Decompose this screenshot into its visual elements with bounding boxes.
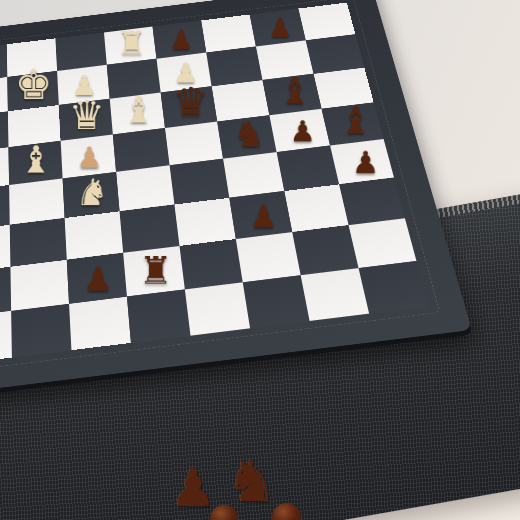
- light-king-b7[interactable]: ♚: [14, 64, 52, 106]
- dark-rook-d2[interactable]: ♜: [138, 251, 172, 289]
- square-a1[interactable]: [0, 311, 12, 365]
- square-b3[interactable]: [10, 218, 67, 267]
- light-queen-c6[interactable]: ♛: [68, 95, 104, 135]
- light-bishop-b5[interactable]: ♝: [19, 142, 52, 179]
- square-b4[interactable]: [9, 178, 65, 224]
- dark-pawn-g5[interactable]: ♟: [289, 117, 315, 146]
- square-d3[interactable]: [120, 205, 180, 253]
- square-f1[interactable]: [243, 275, 310, 328]
- square-d2[interactable]: ♜: [123, 246, 185, 297]
- dark-pawn-f3[interactable]: ♟: [249, 201, 277, 233]
- square-b2[interactable]: [10, 260, 69, 311]
- square-g4[interactable]: [277, 146, 339, 191]
- square-h1[interactable]: [359, 261, 429, 314]
- square-h4[interactable]: ♟: [330, 139, 394, 184]
- square-f4[interactable]: [223, 152, 284, 198]
- square-h3[interactable]: [339, 178, 405, 226]
- square-g3[interactable]: [284, 184, 348, 232]
- square-d4[interactable]: [116, 165, 174, 211]
- square-c3[interactable]: [65, 211, 124, 259]
- dark-queen-e6[interactable]: ♛: [172, 82, 208, 122]
- dark-pawn-g8[interactable]: ♟: [268, 14, 292, 41]
- square-h2[interactable]: [349, 218, 417, 268]
- square-e1[interactable]: [185, 282, 250, 335]
- dark-pawn-e8[interactable]: ♟: [169, 26, 193, 53]
- square-c1[interactable]: [69, 297, 131, 351]
- light-rook-d8[interactable]: ♜: [116, 27, 145, 60]
- light-knight-c4[interactable]: ♞: [75, 174, 108, 211]
- square-c4[interactable]: ♞: [63, 172, 120, 218]
- square-e4[interactable]: [170, 159, 230, 205]
- dark-pawn-c2[interactable]: ♟: [83, 263, 113, 296]
- square-f2[interactable]: [236, 232, 301, 282]
- square-e3[interactable]: [174, 198, 235, 246]
- dark-bishop-g6[interactable]: ♝: [277, 72, 311, 110]
- square-f3[interactable]: ♟: [229, 191, 292, 239]
- table-knight[interactable]: ♞: [226, 452, 278, 510]
- tan-pawn-c5[interactable]: ♟: [76, 143, 102, 172]
- square-d1[interactable]: [127, 290, 191, 343]
- square-g1[interactable]: [301, 268, 369, 321]
- square-c2[interactable]: ♟: [67, 253, 127, 304]
- light-bishop-d6[interactable]: ♝: [122, 92, 154, 128]
- square-e2[interactable]: [179, 239, 242, 290]
- square-b1[interactable]: [11, 304, 71, 358]
- chess-set-photo: ♜♟♟♚♟♟♛♝♛♝♝♟♞♟♝♜♞♟♟♟♜ ♟♞: [0, 0, 520, 520]
- square-g2[interactable]: [292, 225, 358, 275]
- table-pawn[interactable]: ♟: [170, 462, 217, 514]
- dark-knight-f5[interactable]: ♞: [233, 117, 265, 153]
- dark-pawn-h4[interactable]: ♟: [351, 147, 379, 178]
- chessboard[interactable]: ♜♟♟♚♟♟♛♝♛♝♝♟♞♟♝♜♞♟♟♟♜: [0, 3, 429, 365]
- dark-bishop-h5[interactable]: ♝: [338, 102, 372, 140]
- chessboard-frame: ♜♟♟♚♟♟♛♝♛♝♝♟♞♟♝♜♞♟♟♟♜: [0, 0, 472, 398]
